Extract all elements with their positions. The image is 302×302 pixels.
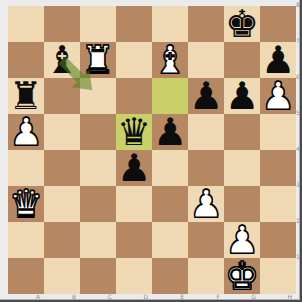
- white-pawn[interactable]: ♟: [189, 186, 223, 222]
- rank-label-3: 3: [296, 182, 301, 188]
- square-h3[interactable]: [260, 186, 296, 222]
- black-pawn[interactable]: ♟: [225, 78, 259, 114]
- square-b8[interactable]: [44, 6, 80, 42]
- file-label-b: B: [44, 294, 80, 300]
- white-pawn[interactable]: ♟: [9, 114, 43, 150]
- black-pawn[interactable]: ♟: [189, 78, 223, 114]
- square-d3[interactable]: [116, 186, 152, 222]
- rank-label-7: 7: [296, 38, 301, 44]
- square-c5[interactable]: [80, 114, 116, 150]
- square-h2[interactable]: [260, 222, 296, 258]
- square-e1[interactable]: [152, 258, 188, 294]
- black-queen[interactable]: ♛: [117, 114, 151, 150]
- black-bishop[interactable]: ♝: [45, 42, 79, 78]
- square-b7[interactable]: ♝: [44, 42, 80, 78]
- square-a2[interactable]: [8, 222, 44, 258]
- square-e2[interactable]: [152, 222, 188, 258]
- square-g8[interactable]: ♚: [224, 6, 260, 42]
- square-h1[interactable]: [260, 258, 296, 294]
- square-c6[interactable]: [80, 78, 116, 114]
- square-a3[interactable]: ♛: [8, 186, 44, 222]
- square-g2[interactable]: ♟: [224, 222, 260, 258]
- square-g7[interactable]: [224, 42, 260, 78]
- rank-label-5: 5: [296, 110, 301, 116]
- file-label-d: D: [116, 294, 152, 300]
- white-pawn[interactable]: ♟: [225, 222, 259, 258]
- square-g4[interactable]: [224, 150, 260, 186]
- square-d6[interactable]: [116, 78, 152, 114]
- square-d4[interactable]: ♟: [116, 150, 152, 186]
- white-king[interactable]: ♚: [225, 258, 259, 294]
- black-king[interactable]: ♚: [225, 6, 259, 42]
- rank-label-6: 6: [296, 74, 301, 80]
- black-pawn[interactable]: ♟: [261, 42, 295, 78]
- square-a7[interactable]: [8, 42, 44, 78]
- square-d2[interactable]: [116, 222, 152, 258]
- square-d7[interactable]: [116, 42, 152, 78]
- square-d8[interactable]: [116, 6, 152, 42]
- white-pawn[interactable]: ♟: [261, 78, 295, 114]
- square-f5[interactable]: [188, 114, 224, 150]
- rank-label-1: 1: [296, 254, 301, 260]
- black-pawn[interactable]: ♟: [117, 150, 151, 186]
- file-label-a: A: [8, 294, 44, 300]
- square-f3[interactable]: ♟: [188, 186, 224, 222]
- file-label-e: E: [152, 294, 188, 300]
- square-g1[interactable]: ♚: [224, 258, 260, 294]
- square-b1[interactable]: [44, 258, 80, 294]
- square-a5[interactable]: ♟: [8, 114, 44, 150]
- square-h4[interactable]: [260, 150, 296, 186]
- square-f8[interactable]: [188, 6, 224, 42]
- square-b2[interactable]: [44, 222, 80, 258]
- rank-label-2: 2: [296, 218, 301, 224]
- square-b6[interactable]: [44, 78, 80, 114]
- chess-diagram: ♚♝♜♝♟♜♟♟♟♟♛♟♟♛♟♟♚ ABCDEFGH87654321: [0, 0, 302, 302]
- black-pawn[interactable]: ♟: [153, 114, 187, 150]
- square-b5[interactable]: [44, 114, 80, 150]
- square-c3[interactable]: [80, 186, 116, 222]
- square-d1[interactable]: [116, 258, 152, 294]
- square-c4[interactable]: [80, 150, 116, 186]
- square-h8[interactable]: [260, 6, 296, 42]
- white-rook[interactable]: ♜: [81, 42, 115, 78]
- square-f1[interactable]: [188, 258, 224, 294]
- square-e5[interactable]: ♟: [152, 114, 188, 150]
- square-a4[interactable]: [8, 150, 44, 186]
- white-queen[interactable]: ♛: [9, 186, 43, 222]
- square-c2[interactable]: [80, 222, 116, 258]
- square-c7[interactable]: ♜: [80, 42, 116, 78]
- file-label-c: C: [80, 294, 116, 300]
- square-b4[interactable]: [44, 150, 80, 186]
- square-e4[interactable]: [152, 150, 188, 186]
- square-e7[interactable]: ♝: [152, 42, 188, 78]
- white-bishop[interactable]: ♝: [153, 42, 187, 78]
- square-d5[interactable]: ♛: [116, 114, 152, 150]
- square-f2[interactable]: [188, 222, 224, 258]
- square-f6[interactable]: ♟: [188, 78, 224, 114]
- square-h6[interactable]: ♟: [260, 78, 296, 114]
- file-label-h: H: [260, 294, 296, 300]
- square-f7[interactable]: [188, 42, 224, 78]
- chessboard: ♚♝♜♝♟♜♟♟♟♟♛♟♟♛♟♟♚: [8, 6, 296, 294]
- square-g6[interactable]: ♟: [224, 78, 260, 114]
- square-e3[interactable]: [152, 186, 188, 222]
- square-e8[interactable]: [152, 6, 188, 42]
- square-a8[interactable]: [8, 6, 44, 42]
- square-f4[interactable]: [188, 150, 224, 186]
- square-a6[interactable]: ♜: [8, 78, 44, 114]
- square-g5[interactable]: [224, 114, 260, 150]
- rank-label-4: 4: [296, 146, 301, 152]
- square-h7[interactable]: ♟: [260, 42, 296, 78]
- square-g3[interactable]: [224, 186, 260, 222]
- square-c1[interactable]: [80, 258, 116, 294]
- file-label-g: G: [224, 294, 260, 300]
- file-label-f: F: [188, 294, 224, 300]
- square-b3[interactable]: [44, 186, 80, 222]
- square-c8[interactable]: [80, 6, 116, 42]
- black-rook[interactable]: ♜: [9, 78, 43, 114]
- square-h5[interactable]: [260, 114, 296, 150]
- square-a1[interactable]: [8, 258, 44, 294]
- square-e6[interactable]: [152, 78, 188, 114]
- rank-label-8: 8: [296, 2, 301, 8]
